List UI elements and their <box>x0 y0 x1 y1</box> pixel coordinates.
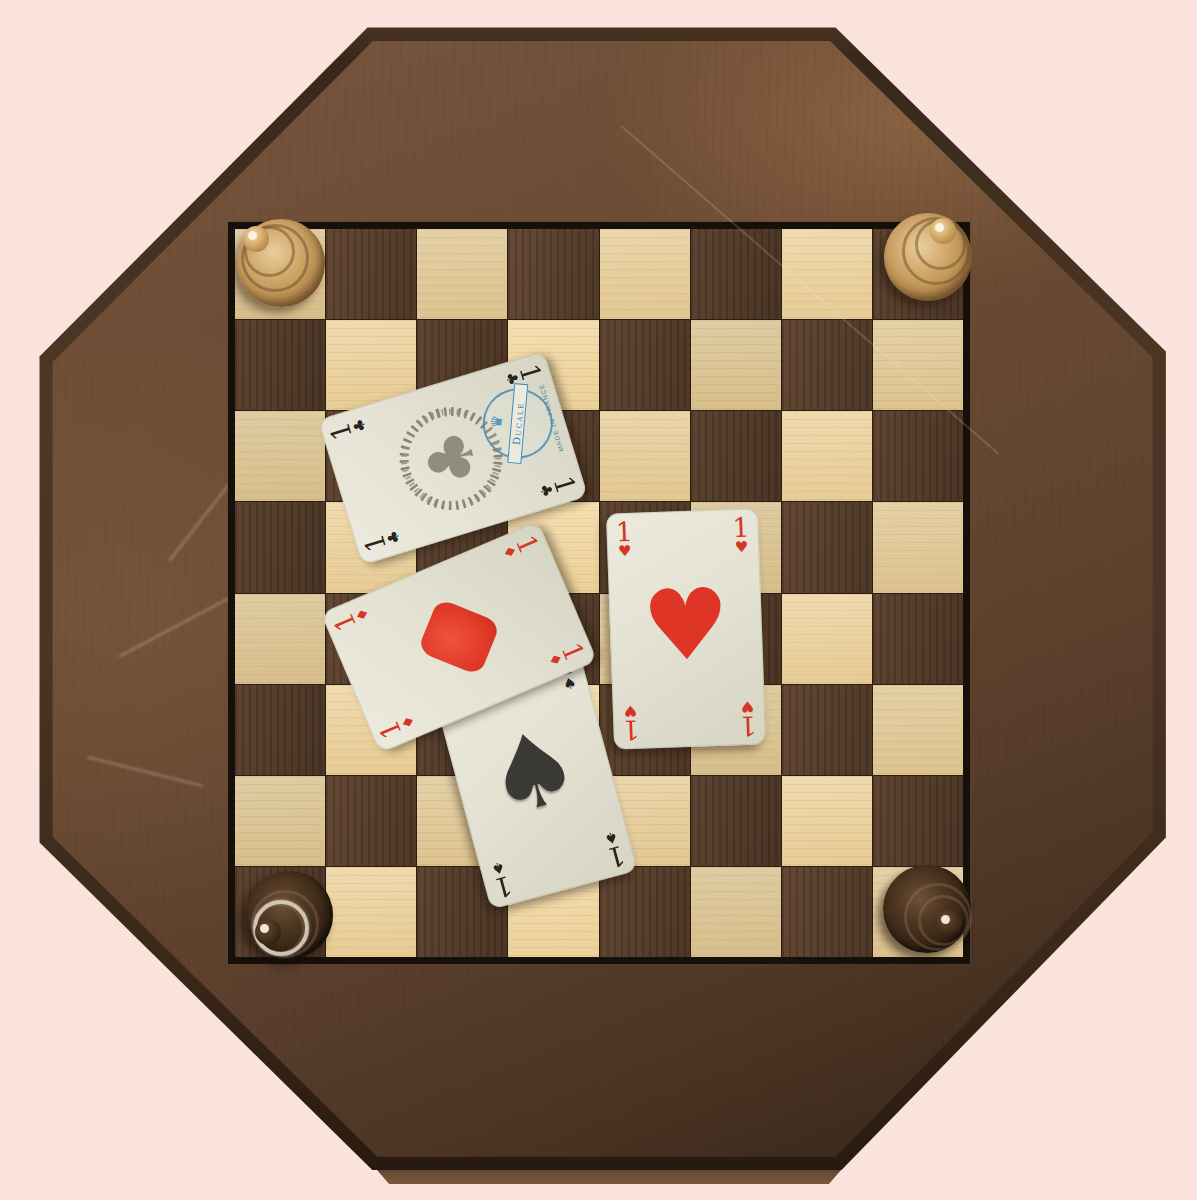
dark-pawn-a1[interactable] <box>245 871 333 959</box>
hearts-pip-icon: ♥ <box>640 575 731 676</box>
spades-pip-icon: ♠ <box>476 711 591 833</box>
square-g4 <box>782 594 872 684</box>
diamonds-icon: ♦ <box>500 543 518 561</box>
pawn-knob <box>930 218 956 244</box>
spades-icon: ♠ <box>490 859 507 876</box>
pawn-knob <box>255 919 281 945</box>
square-g2 <box>782 776 872 866</box>
card-index-br: 1♠ <box>601 829 628 871</box>
pawn-highlight <box>248 231 257 240</box>
square-g6 <box>782 411 872 501</box>
diamonds-icon: ♦ <box>354 605 372 623</box>
pawn-highlight <box>260 924 269 933</box>
square-a3 <box>235 685 325 775</box>
light-pawn-a8[interactable] <box>237 219 325 307</box>
card-index-tr: 1♣ <box>327 415 369 443</box>
diamonds-icon: ♦ <box>400 713 418 731</box>
square-f1 <box>691 867 781 957</box>
square-a7 <box>235 320 325 410</box>
clubs-icon: ♣ <box>352 417 369 434</box>
card-index-bl: 1♣ <box>537 473 579 501</box>
card-index-bl: 1♥ <box>622 703 641 742</box>
square-g1 <box>782 867 872 957</box>
square-f6 <box>691 411 781 501</box>
square-g5 <box>782 502 872 592</box>
card-index-bl: 1♦ <box>545 639 587 670</box>
pawn-knob <box>936 910 962 936</box>
square-a4 <box>235 594 325 684</box>
card-index-tl: 1♦ <box>376 711 418 742</box>
square-g3 <box>782 685 872 775</box>
square-e7 <box>600 320 690 410</box>
card-index-br: 1♥ <box>738 699 757 738</box>
square-e1 <box>600 867 690 957</box>
square-h3 <box>873 685 963 775</box>
pawn-knob <box>243 226 269 252</box>
card-index-tr: 1♦ <box>331 604 373 635</box>
hearts-icon: ♥ <box>740 699 754 713</box>
square-h4 <box>873 594 963 684</box>
hearts-icon: ♥ <box>623 703 637 717</box>
spades-icon: ♠ <box>562 676 579 693</box>
card-index-tl: 1♥ <box>615 520 634 559</box>
dark-pawn-h1[interactable] <box>883 865 971 953</box>
square-h7 <box>873 320 963 410</box>
diamonds-icon: ♦ <box>546 651 564 669</box>
square-a6 <box>235 411 325 501</box>
pawn-highlight <box>941 915 950 924</box>
square-b2 <box>326 776 416 866</box>
crown-icon: ♛ <box>489 414 505 429</box>
card-index-bl: 1♠ <box>488 859 515 901</box>
card-index-tl: 1♣ <box>361 527 403 555</box>
ace-of-hearts[interactable]: 1♥1♥1♥1♥♥ <box>606 508 766 749</box>
square-e6 <box>600 411 690 501</box>
square-c8 <box>417 229 507 319</box>
stamp-banner: Ducale <box>507 383 528 464</box>
square-f8 <box>691 229 781 319</box>
square-f2 <box>691 776 781 866</box>
index-rank: 1 <box>739 713 757 738</box>
square-a5 <box>235 502 325 592</box>
square-h5 <box>873 502 963 592</box>
hearts-icon: ♥ <box>618 545 632 559</box>
square-b1 <box>326 867 416 957</box>
diamond-pip-icon <box>417 598 501 676</box>
square-e8 <box>600 229 690 319</box>
light-pawn-h8[interactable] <box>884 213 972 301</box>
spades-icon: ♠ <box>603 829 620 846</box>
octagonal-game-table-scene: 1♣1♣1♣1♣♣♛DucaleMADE IN FRANCE1♠1♠1♠1♠♠1… <box>0 0 1197 1200</box>
square-h2 <box>873 776 963 866</box>
index-rank: 1 <box>622 717 640 742</box>
square-a2 <box>235 776 325 866</box>
square-h6 <box>873 411 963 501</box>
square-f7 <box>691 320 781 410</box>
pawn-highlight <box>935 223 944 232</box>
clubs-icon: ♣ <box>386 529 403 546</box>
square-d8 <box>508 229 598 319</box>
square-b8 <box>326 229 416 319</box>
card-index-tr: 1♥ <box>732 516 751 555</box>
card-index-br: 1♦ <box>499 532 541 563</box>
hearts-icon: ♥ <box>735 541 749 555</box>
